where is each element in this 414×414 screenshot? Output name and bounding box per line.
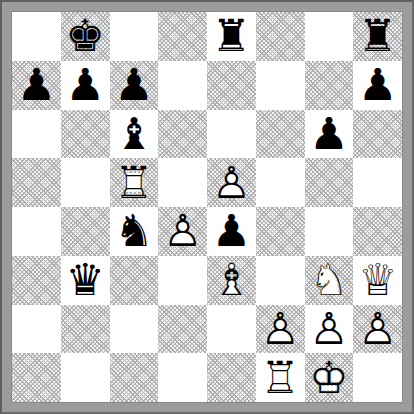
square-d6[interactable] [158, 110, 207, 159]
square-b4[interactable] [61, 207, 110, 256]
square-d3[interactable] [158, 256, 207, 305]
square-b1[interactable] [61, 353, 110, 402]
chess-board-frame: ♚♜♜♟♟♟♟♝♟♜♖♟♙♞♟♙♟♛♝♗♞♘♛♕♟♙♟♙♟♙♜♖♚♔ [0, 0, 414, 414]
square-h2[interactable]: ♟♙ [353, 305, 402, 354]
white-knight-icon: ♘ [305, 256, 354, 305]
black-bishop-icon: ♝ [110, 110, 159, 159]
square-f1[interactable]: ♜♖ [256, 353, 305, 402]
square-a5[interactable] [12, 158, 61, 207]
square-h5[interactable] [353, 158, 402, 207]
square-g4[interactable] [305, 207, 354, 256]
square-b5[interactable] [61, 158, 110, 207]
square-e8[interactable]: ♜ [207, 12, 256, 61]
square-e3[interactable]: ♝♗ [207, 256, 256, 305]
square-d4[interactable]: ♟♙ [158, 207, 207, 256]
square-c2[interactable] [110, 305, 159, 354]
white-rook-icon: ♖ [110, 158, 159, 207]
square-g1[interactable]: ♚♔ [305, 353, 354, 402]
square-f3[interactable] [256, 256, 305, 305]
square-e7[interactable] [207, 61, 256, 110]
square-c7[interactable]: ♟ [110, 61, 159, 110]
white-knight-icon: ♞ [305, 256, 354, 305]
square-a2[interactable] [12, 305, 61, 354]
white-king-icon: ♔ [305, 353, 354, 402]
square-h3[interactable]: ♛♕ [353, 256, 402, 305]
square-d2[interactable] [158, 305, 207, 354]
square-g7[interactable] [305, 61, 354, 110]
square-e5[interactable]: ♟♙ [207, 158, 256, 207]
black-king-icon: ♚ [61, 12, 110, 61]
square-b7[interactable]: ♟ [61, 61, 110, 110]
white-king-icon: ♚ [305, 353, 354, 402]
white-rook-icon: ♜ [110, 158, 159, 207]
black-pawn-icon: ♟ [305, 110, 354, 159]
square-a3[interactable] [12, 256, 61, 305]
white-pawn-icon: ♙ [353, 305, 402, 354]
black-rook-icon: ♜ [353, 12, 402, 61]
white-queen-icon: ♛ [353, 256, 402, 305]
square-e4[interactable]: ♟ [207, 207, 256, 256]
square-h7[interactable]: ♟ [353, 61, 402, 110]
black-pawn-icon: ♟ [110, 61, 159, 110]
square-f8[interactable] [256, 12, 305, 61]
square-h8[interactable]: ♜ [353, 12, 402, 61]
square-c8[interactable] [110, 12, 159, 61]
white-rook-icon: ♖ [256, 353, 305, 402]
square-f4[interactable] [256, 207, 305, 256]
square-f5[interactable] [256, 158, 305, 207]
white-bishop-icon: ♗ [207, 256, 256, 305]
black-pawn-icon: ♟ [207, 207, 256, 256]
square-b3[interactable]: ♛ [61, 256, 110, 305]
black-pawn-icon: ♟ [353, 61, 402, 110]
black-knight-icon: ♞ [110, 207, 159, 256]
black-pawn-icon: ♟ [61, 61, 110, 110]
white-rook-icon: ♜ [256, 353, 305, 402]
white-pawn-icon: ♙ [256, 305, 305, 354]
black-rook-icon: ♜ [207, 12, 256, 61]
square-g8[interactable] [305, 12, 354, 61]
square-a4[interactable] [12, 207, 61, 256]
white-pawn-icon: ♟ [207, 158, 256, 207]
square-c3[interactable] [110, 256, 159, 305]
square-g6[interactable]: ♟ [305, 110, 354, 159]
square-d5[interactable] [158, 158, 207, 207]
square-f7[interactable] [256, 61, 305, 110]
square-a7[interactable]: ♟ [12, 61, 61, 110]
square-b2[interactable] [61, 305, 110, 354]
square-h1[interactable] [353, 353, 402, 402]
square-e6[interactable] [207, 110, 256, 159]
white-queen-icon: ♕ [353, 256, 402, 305]
square-a1[interactable] [12, 353, 61, 402]
square-f2[interactable]: ♟♙ [256, 305, 305, 354]
white-pawn-icon: ♙ [305, 305, 354, 354]
square-d8[interactable] [158, 12, 207, 61]
square-c4[interactable]: ♞ [110, 207, 159, 256]
black-pawn-icon: ♟ [12, 61, 61, 110]
square-d1[interactable] [158, 353, 207, 402]
black-queen-icon: ♛ [61, 256, 110, 305]
chess-board: ♚♜♜♟♟♟♟♝♟♜♖♟♙♞♟♙♟♛♝♗♞♘♛♕♟♙♟♙♟♙♜♖♚♔ [12, 12, 402, 402]
square-e2[interactable] [207, 305, 256, 354]
square-g2[interactable]: ♟♙ [305, 305, 354, 354]
square-f6[interactable] [256, 110, 305, 159]
square-c6[interactable]: ♝ [110, 110, 159, 159]
square-g5[interactable] [305, 158, 354, 207]
square-a6[interactable] [12, 110, 61, 159]
white-pawn-icon: ♙ [158, 207, 207, 256]
white-pawn-icon: ♟ [305, 305, 354, 354]
white-pawn-icon: ♟ [256, 305, 305, 354]
square-c1[interactable] [110, 353, 159, 402]
square-e1[interactable] [207, 353, 256, 402]
white-pawn-icon: ♟ [353, 305, 402, 354]
square-h4[interactable] [353, 207, 402, 256]
square-g3[interactable]: ♞♘ [305, 256, 354, 305]
white-pawn-icon: ♟ [158, 207, 207, 256]
square-h6[interactable] [353, 110, 402, 159]
square-b8[interactable]: ♚ [61, 12, 110, 61]
square-a8[interactable] [12, 12, 61, 61]
square-c5[interactable]: ♜♖ [110, 158, 159, 207]
square-b6[interactable] [61, 110, 110, 159]
square-d7[interactable] [158, 61, 207, 110]
white-bishop-icon: ♝ [207, 256, 256, 305]
white-pawn-icon: ♙ [207, 158, 256, 207]
